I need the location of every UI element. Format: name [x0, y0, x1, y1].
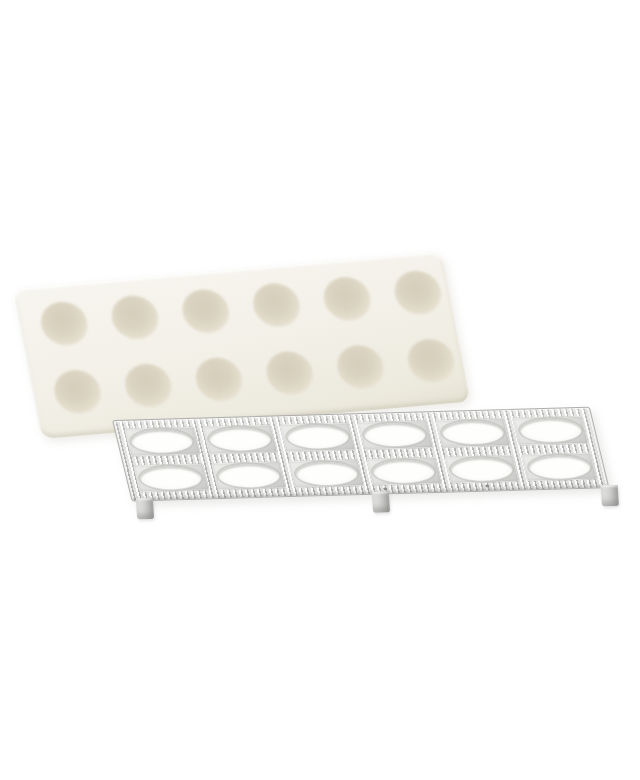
tray-dimple-bump: [262, 349, 316, 396]
mold-square-cell: [279, 422, 355, 451]
tray-cavity-cell: [318, 329, 402, 403]
mold-opening-grid: [113, 408, 608, 501]
tray-cavity-cell: [375, 255, 459, 329]
tray-dimple-bump: [121, 361, 175, 408]
mold-square-cell: [357, 420, 433, 449]
tray-dimple-bump: [320, 275, 374, 322]
mold-square-cell: [443, 454, 519, 483]
mold-round-opening: [526, 454, 593, 479]
mold-square-cell: [124, 427, 200, 456]
mold-foot-middle: [372, 491, 390, 512]
tray-dimple-bump: [390, 269, 444, 316]
mold-rivet: [485, 485, 490, 488]
mold-square-cell: [366, 456, 442, 485]
tray-cavity-cell: [106, 348, 190, 422]
mold-square-cell: [202, 425, 278, 454]
ravioli-mold-plate: [112, 407, 610, 502]
mold-square-cell: [435, 418, 511, 447]
mold-round-opening: [129, 429, 196, 454]
tray-dimple-bump: [107, 293, 161, 340]
mold-square-cell: [521, 452, 597, 481]
tray-dimple-bump: [191, 355, 245, 402]
tray-cavity-cell: [234, 267, 318, 341]
tray-dimple-bump: [403, 337, 457, 384]
mold-round-opening: [517, 418, 584, 443]
mold-round-opening: [362, 423, 429, 448]
tray-cavity-cell: [92, 280, 176, 354]
product-photo: [0, 0, 640, 780]
tray-cavity-cell: [247, 336, 331, 410]
tray-cavity-cell: [35, 354, 119, 428]
mold-square-cell: [133, 463, 209, 492]
tray-dimple-bump: [249, 281, 303, 328]
tray-cavity-cell: [163, 274, 247, 348]
mold-round-opening: [439, 420, 506, 445]
mold-square-cell: [211, 461, 287, 490]
mold-round-opening: [138, 465, 205, 490]
tray-cavity-cell: [22, 286, 106, 360]
tray-cavity-cell: [305, 261, 389, 335]
mold-round-opening: [207, 427, 274, 452]
mold-round-opening: [215, 463, 282, 488]
tray-dimple-bump: [50, 368, 104, 415]
mold-square-cell: [512, 416, 588, 445]
mold-round-opening: [293, 461, 360, 486]
tray-dimple-grid: [22, 255, 473, 428]
tray-cavity-cell: [176, 342, 260, 416]
tray-dimple-bump: [333, 343, 387, 390]
tray-cavity-cell: [389, 323, 473, 397]
tray-dimple-bump: [37, 299, 91, 346]
mold-round-opening: [448, 457, 515, 482]
mold-square-cell: [288, 459, 364, 488]
mold-round-opening: [371, 459, 438, 484]
mold-foot-left: [136, 498, 154, 519]
tray-dimple-bump: [178, 287, 232, 334]
mold-foot-right: [601, 485, 619, 506]
mold-round-opening: [284, 425, 351, 450]
mold-rivet: [383, 487, 388, 490]
